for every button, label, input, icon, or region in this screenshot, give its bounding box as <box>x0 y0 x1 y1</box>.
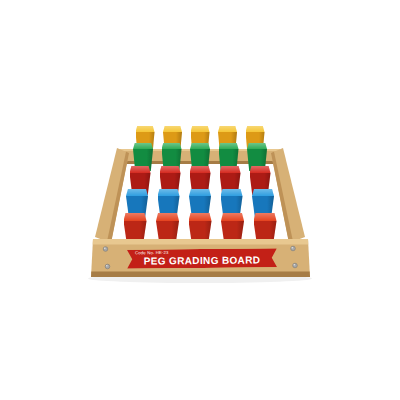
product-photo-peg-grading-board: Code No. HE-23 PEG GRADING BOARD <box>0 0 400 400</box>
front-rail-top-surface <box>93 239 309 245</box>
tray-front-layer <box>0 0 400 400</box>
label-banner: Code No. HE-23 PEG GRADING BOARD <box>127 248 277 269</box>
front-rail-bottom-edge <box>91 272 310 278</box>
screw-icon <box>293 263 298 268</box>
screw-icon <box>291 246 296 251</box>
label-title: PEG GRADING BOARD <box>127 254 277 267</box>
screw-icon <box>103 247 108 252</box>
screw-icon <box>105 264 110 269</box>
